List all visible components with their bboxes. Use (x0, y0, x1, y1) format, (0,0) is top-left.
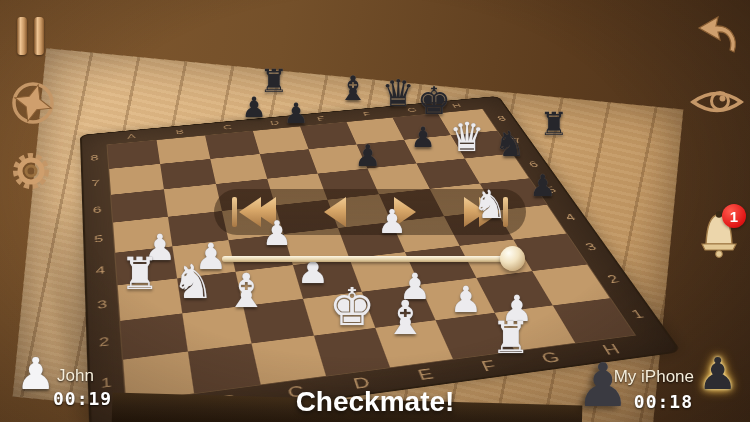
coord-label: 5 (85, 223, 113, 256)
undo-button[interactable] (694, 12, 744, 60)
compass-icon (9, 79, 57, 127)
move-indicator-ball (500, 246, 525, 271)
black-pawn-b7[interactable]: ♟ (276, 100, 315, 128)
coord-label: 7 (83, 169, 109, 197)
gear-icon (8, 148, 54, 194)
black-pawn-a7[interactable]: ♟ (234, 94, 273, 122)
white-pawn-c3[interactable]: ♟ (253, 216, 301, 250)
black-pawn-e7[interactable]: ♟ (403, 124, 442, 152)
notification-badge: 1 (722, 204, 746, 228)
white-player-name: John (57, 366, 94, 386)
white-bishop-f1[interactable]: ♝ (372, 294, 438, 341)
coord-label: 8 (82, 145, 107, 171)
coord-label: 2 (88, 321, 120, 364)
black-rook-h8[interactable]: ♜ (532, 108, 577, 140)
step-back-icon (324, 197, 346, 227)
step-back-button[interactable] (324, 197, 346, 227)
move-indicator-rod (222, 256, 514, 262)
compass-button[interactable] (9, 79, 57, 131)
undo-arrow-icon (694, 12, 744, 56)
settings-button[interactable] (8, 148, 54, 198)
white-pawn-g2[interactable]: ♟ (441, 282, 491, 318)
black-pawn-h6[interactable]: ♟ (522, 171, 564, 201)
white-pawn-e4[interactable]: ♟ (369, 205, 415, 238)
white-rook-h1[interactable]: ♜ (480, 316, 542, 360)
eye-icon (688, 84, 746, 120)
black-knight-g7[interactable]: ♞ (486, 126, 535, 161)
pause-button[interactable] (17, 17, 44, 55)
status-message: Checkmate! (0, 386, 750, 418)
coord-label: 6 (84, 195, 111, 226)
square-c1[interactable] (252, 336, 326, 385)
skip-to-start-icon (232, 197, 237, 227)
white-bishop-c1[interactable]: ♝ (213, 267, 279, 314)
black-bishop-c8[interactable]: ♝ (329, 71, 377, 105)
pause-icon (17, 17, 27, 55)
white-knight-g5[interactable]: ♞ (463, 185, 518, 224)
black-pawn-d6[interactable]: ♟ (347, 141, 389, 171)
view-button[interactable] (688, 84, 746, 124)
black-player-name: My iPhone (614, 367, 694, 387)
